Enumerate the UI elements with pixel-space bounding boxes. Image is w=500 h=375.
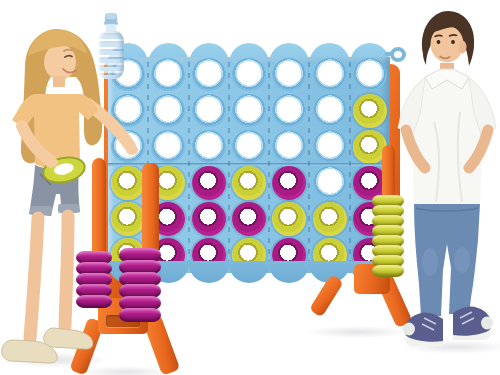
cell-r2c4 bbox=[229, 93, 269, 129]
cell-r3c6 bbox=[309, 129, 349, 165]
yellow-disc bbox=[272, 202, 306, 236]
cell-r1c2 bbox=[148, 57, 188, 93]
yellow-disc bbox=[353, 94, 387, 128]
cell-r4c6 bbox=[309, 165, 349, 201]
girl-leg bbox=[30, 218, 38, 338]
column-seam bbox=[349, 62, 351, 268]
column-seam bbox=[228, 62, 230, 268]
cell-r5c4 bbox=[229, 201, 269, 237]
cell-r2c2 bbox=[148, 93, 188, 129]
boy-ear bbox=[459, 41, 467, 54]
product-photo-stage bbox=[0, 0, 500, 375]
cell-r4c4 bbox=[229, 165, 269, 201]
empty-hole bbox=[353, 58, 387, 92]
cell-r2c3 bbox=[189, 93, 229, 129]
scallop-bump bbox=[229, 261, 269, 283]
boy-eye bbox=[451, 40, 455, 44]
boy-sneaker-toe bbox=[403, 323, 415, 336]
magenta-disc bbox=[272, 166, 306, 200]
girl-leg bbox=[65, 216, 68, 326]
yellow-disc bbox=[313, 202, 347, 236]
cell-r1c4 bbox=[229, 57, 269, 93]
magenta-disc bbox=[232, 202, 266, 236]
cell-r1c5 bbox=[269, 57, 309, 93]
cell-r3c3 bbox=[189, 129, 229, 165]
cell-r4c5 bbox=[269, 165, 309, 201]
magenta-disc bbox=[192, 202, 226, 236]
cell-r1c6 bbox=[309, 57, 349, 93]
cell-r1c7 bbox=[350, 57, 390, 93]
boy-jeans-knee bbox=[422, 248, 438, 276]
cell-r3c2 bbox=[148, 129, 188, 165]
cell-r5c6 bbox=[309, 201, 349, 237]
cell-r4c3 bbox=[189, 165, 229, 201]
boy-jeans-knee bbox=[454, 247, 470, 273]
left-front-post bbox=[142, 163, 159, 255]
empty-hole bbox=[232, 94, 266, 128]
column-seam bbox=[188, 62, 190, 268]
boy bbox=[396, 2, 500, 364]
column-seam bbox=[268, 62, 270, 268]
empty-hole bbox=[313, 94, 347, 128]
empty-hole bbox=[313, 166, 347, 200]
empty-hole bbox=[232, 130, 266, 164]
empty-hole bbox=[192, 58, 226, 92]
empty-hole bbox=[192, 94, 226, 128]
empty-hole bbox=[272, 58, 306, 92]
cell-r5c5 bbox=[269, 201, 309, 237]
base-right-foot-inner bbox=[309, 274, 344, 318]
empty-hole bbox=[272, 130, 306, 164]
empty-hole bbox=[151, 130, 185, 164]
cell-r1c3 bbox=[189, 57, 229, 93]
cell-r3c4 bbox=[229, 129, 269, 165]
empty-hole bbox=[192, 130, 226, 164]
magenta-disc bbox=[192, 166, 226, 200]
scallop-bump bbox=[189, 261, 229, 283]
cell-r2c5 bbox=[269, 93, 309, 129]
girl-hand bbox=[126, 145, 138, 155]
empty-hole bbox=[313, 130, 347, 164]
cell-r3c5 bbox=[269, 129, 309, 165]
column-seam bbox=[308, 62, 310, 268]
empty-hole bbox=[151, 58, 185, 92]
yellow-disc bbox=[232, 166, 266, 200]
empty-hole bbox=[151, 94, 185, 128]
empty-hole bbox=[232, 58, 266, 92]
empty-hole bbox=[313, 58, 347, 92]
boy-sneaker-toe bbox=[481, 317, 493, 330]
cell-r2c6 bbox=[309, 93, 349, 129]
empty-hole bbox=[272, 94, 306, 128]
cell-r5c3 bbox=[189, 201, 229, 237]
right-post bbox=[382, 145, 395, 201]
girl-shoe bbox=[44, 328, 93, 349]
scallop-bump bbox=[269, 261, 309, 283]
cell-r2c7 bbox=[350, 93, 390, 129]
boy-eye bbox=[437, 40, 441, 44]
girl bbox=[0, 24, 144, 372]
base-left-foot-inner bbox=[143, 315, 181, 375]
girl-neck bbox=[53, 76, 65, 87]
